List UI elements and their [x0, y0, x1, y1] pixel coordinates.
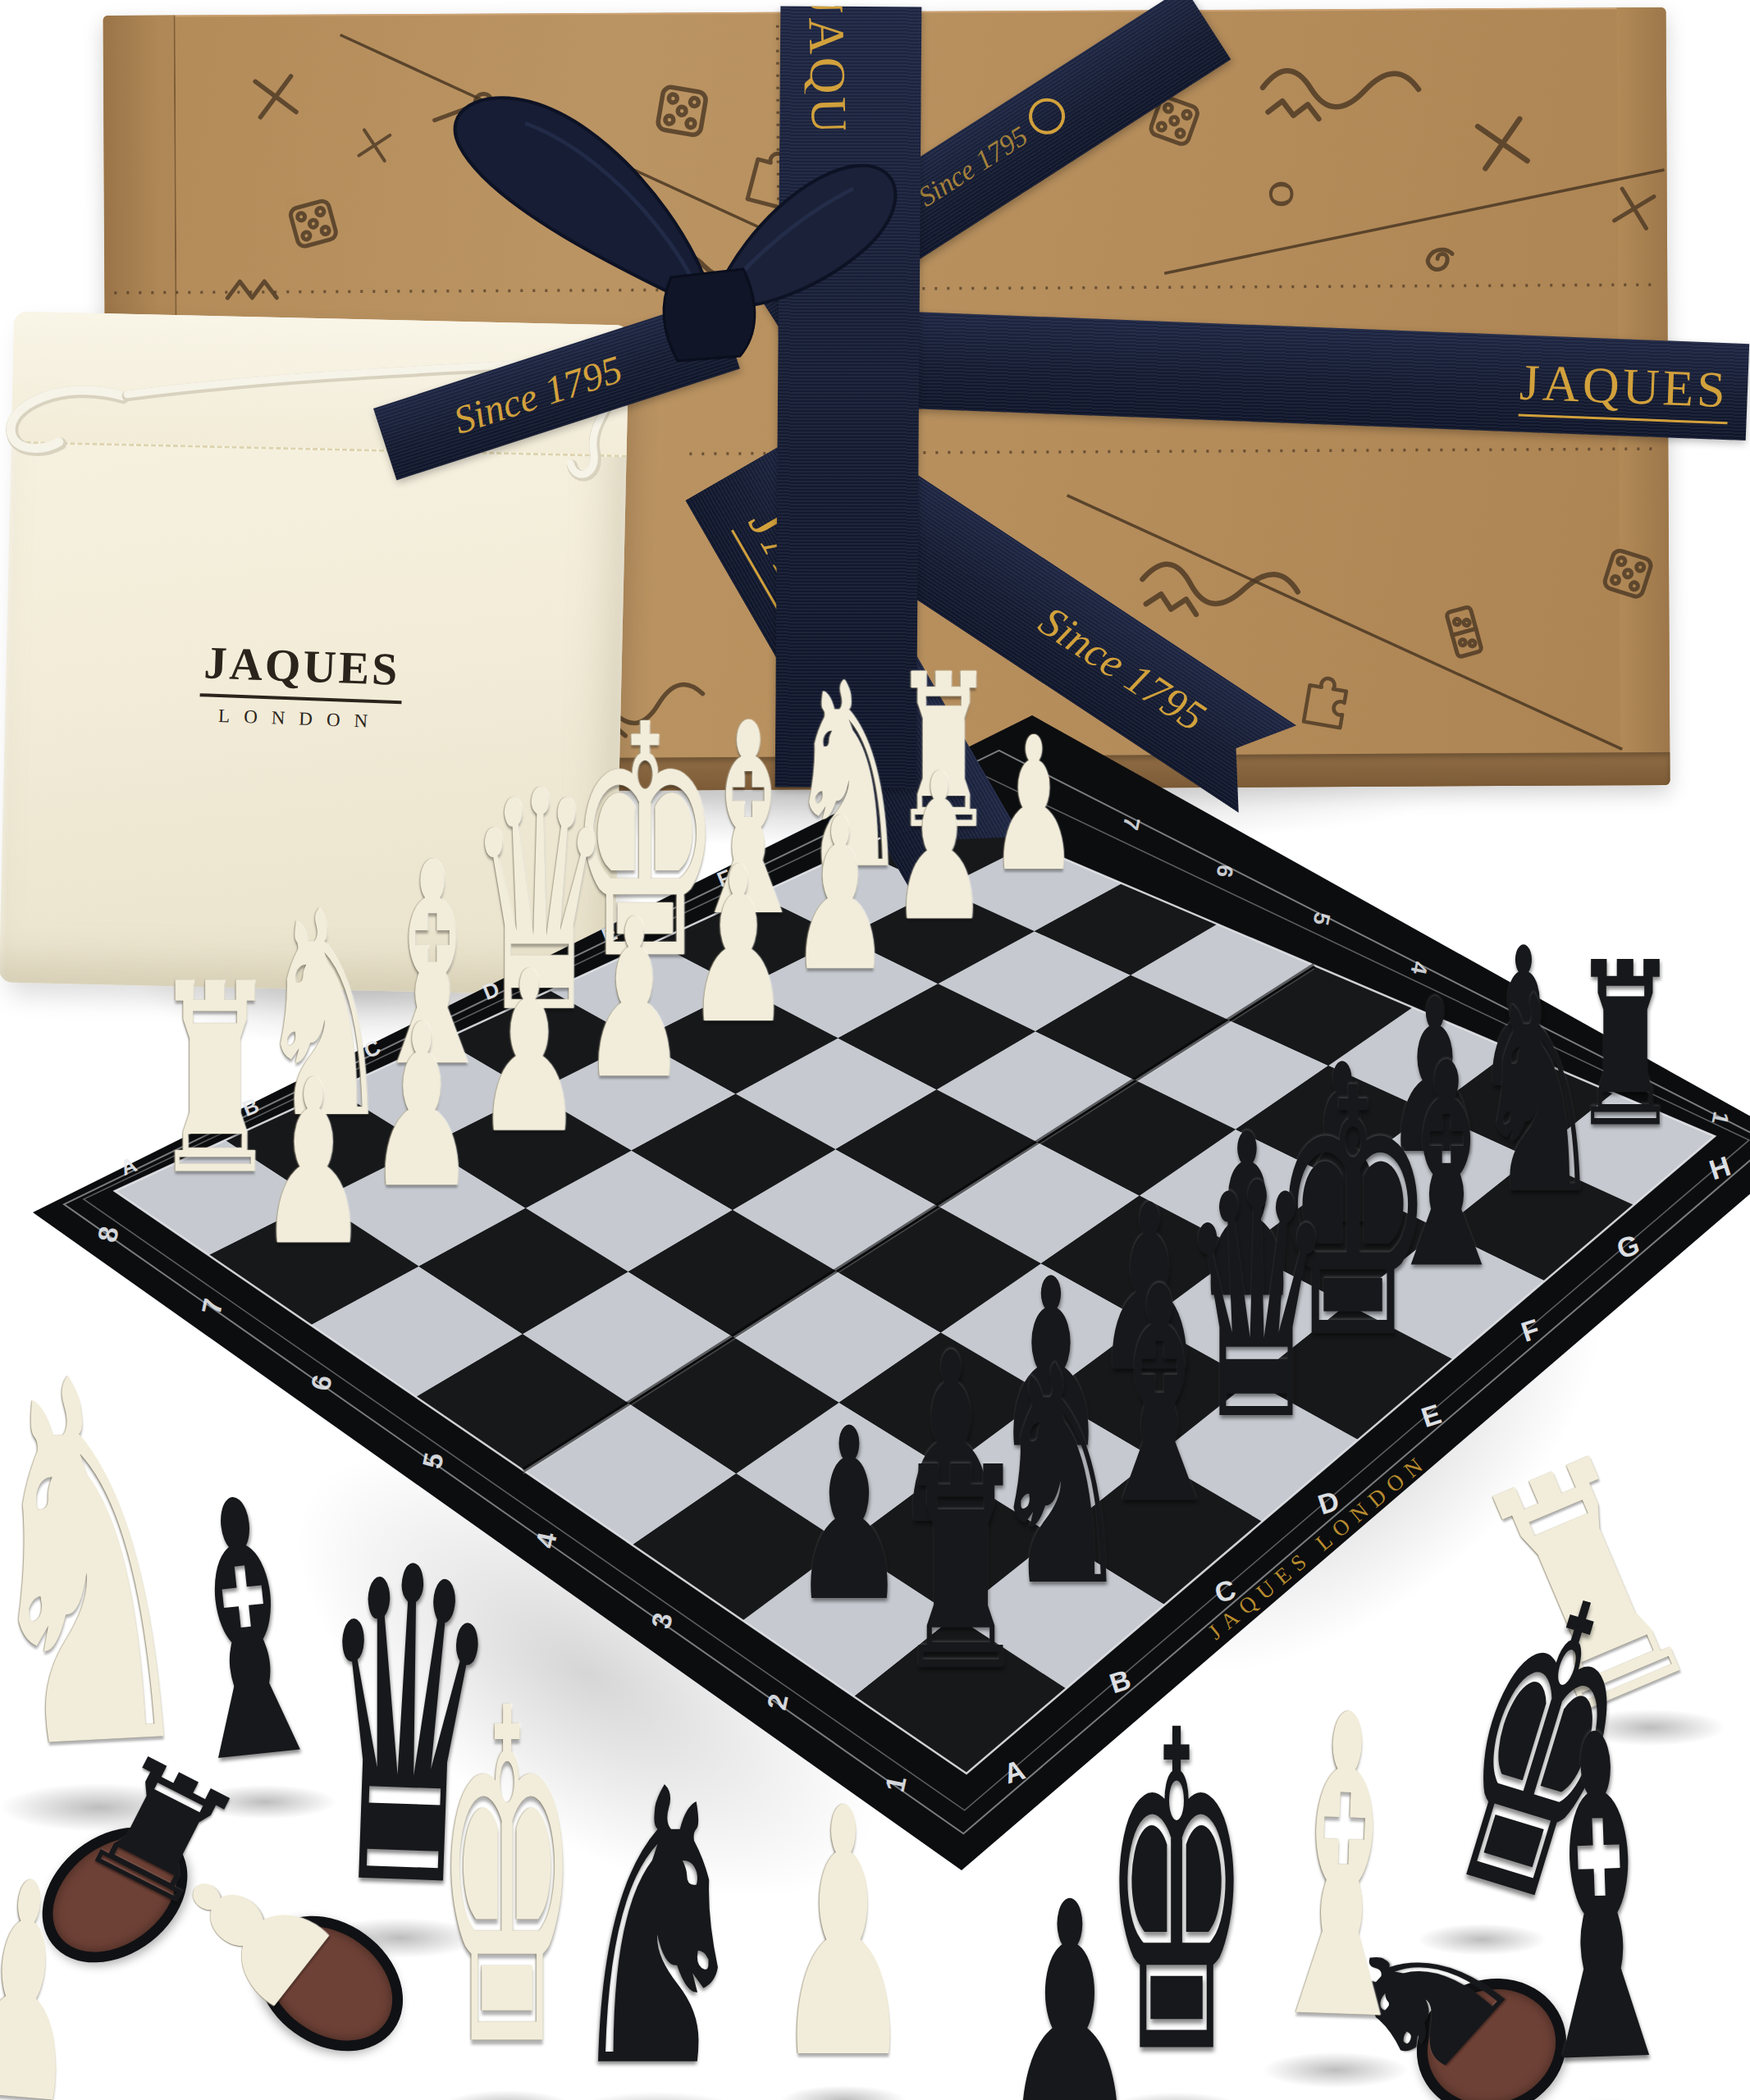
chess-piece-white-p[interactable]: ♟ [687, 839, 791, 1054]
bow-left-loop [455, 98, 707, 305]
ribbon-brand-right: JAQUES [1519, 354, 1730, 425]
chess-piece-white-p[interactable]: ♟ [989, 714, 1078, 899]
chess-piece-white-p[interactable]: ♟ [890, 746, 988, 949]
chess-piece-black-n-loose[interactable]: ♞ [564, 1742, 752, 2100]
chess-piece-white-b-loose[interactable]: ♝ [1255, 1660, 1431, 2080]
chess-piece-white-k-loose[interactable]: ♚ [436, 1653, 578, 2100]
chess-piece-white-p[interactable]: ♟ [582, 890, 688, 1109]
chess-piece-white-p-loose[interactable]: ♟ [774, 1765, 912, 2100]
ribbon-bow [345, 33, 1001, 459]
chess-piece-black-b-loose[interactable]: ♝ [1510, 1676, 1692, 2100]
chess-piece-white-p[interactable]: ♟ [475, 943, 583, 1165]
product-photo-scene: ML CHESS JAQUES LONDON AABBCCDDEEFFGGHH1… [0, 0, 1750, 2100]
ribbon-gold-emblem [1022, 91, 1072, 141]
chess-piece-black-p[interactable]: ♟ [792, 1399, 907, 1637]
bow-knot [664, 269, 755, 361]
chess-piece-white-p[interactable]: ♟ [790, 791, 892, 1001]
chess-piece-white-p[interactable]: ♟ [259, 1050, 369, 1277]
chess-piece-white-p[interactable]: ♟ [368, 996, 476, 1221]
chess-piece-black-p-loose[interactable]: ♟ [998, 1861, 1141, 2100]
chess-piece-black-r[interactable]: ♜ [893, 1431, 1028, 1710]
